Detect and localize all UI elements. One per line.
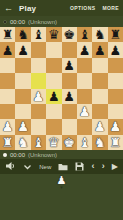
square-b6[interactable] xyxy=(15,58,30,73)
white-pawn: ♟ xyxy=(79,105,91,118)
speaker-icon xyxy=(5,159,16,174)
black-pawn: ♟ xyxy=(63,89,75,102)
square-e3[interactable] xyxy=(62,104,77,119)
black-rook: ♜ xyxy=(109,28,121,41)
square-f5[interactable] xyxy=(77,73,92,88)
square-a1[interactable]: ♜ xyxy=(0,135,15,150)
square-a4[interactable] xyxy=(0,89,15,104)
black-player-clock: 00:00 xyxy=(10,19,25,25)
square-a3[interactable] xyxy=(0,104,15,119)
app-bar-actions: OPTIONS MORE xyxy=(70,5,119,11)
more-button[interactable]: MORE xyxy=(102,5,119,11)
white-queen: ♛ xyxy=(48,135,60,148)
white-player-clock: 00:00 xyxy=(10,152,25,158)
collapse-button[interactable] xyxy=(23,159,32,174)
white-player-color-dot xyxy=(3,153,7,157)
square-g4[interactable] xyxy=(92,89,107,104)
chevron-down-icon xyxy=(23,159,32,174)
square-b5[interactable] xyxy=(15,73,30,88)
square-g2[interactable]: ♟ xyxy=(92,119,107,134)
square-c4[interactable]: ♟ xyxy=(31,89,46,104)
white-pawn: ♟ xyxy=(17,120,29,133)
black-player-color-dot xyxy=(3,20,7,24)
square-a8[interactable]: ♜ xyxy=(0,27,15,42)
square-g3[interactable] xyxy=(92,104,107,119)
white-rook: ♜ xyxy=(109,135,121,148)
square-b3[interactable] xyxy=(15,104,30,119)
white-knight: ♞ xyxy=(94,135,106,148)
square-a6[interactable] xyxy=(0,58,15,73)
app-bar: ← Play OPTIONS MORE xyxy=(0,0,123,16)
square-g8[interactable]: ♞ xyxy=(92,27,107,42)
next-move-button[interactable]: › xyxy=(102,162,105,171)
black-knight: ♞ xyxy=(17,28,29,41)
previous-move-button[interactable]: ‹ xyxy=(92,162,95,171)
black-bishop: ♝ xyxy=(79,28,91,41)
white-bishop: ♝ xyxy=(33,135,45,148)
square-e4[interactable]: ♟ xyxy=(62,89,77,104)
square-h8[interactable]: ♜ xyxy=(108,27,123,42)
white-player-row: 00:00 (Unknown) xyxy=(0,150,123,159)
chess-board: ♜♞♝♛♚♝♞♜♟♟♟♟♟♟♟♟♟♟♟♟♟♟♜♞♝♛♚♝♞♜ xyxy=(0,27,123,150)
square-b4[interactable] xyxy=(15,89,30,104)
square-b1[interactable]: ♞ xyxy=(15,135,30,150)
black-pawn: ♟ xyxy=(17,43,29,56)
white-bishop: ♝ xyxy=(79,135,91,148)
move-panel: ♟ ▾ xyxy=(0,174,123,220)
square-a5[interactable] xyxy=(0,73,15,88)
square-b8[interactable]: ♞ xyxy=(15,27,30,42)
square-e6[interactable]: ♟ xyxy=(62,58,77,73)
white-pawn: ♟ xyxy=(94,120,106,133)
square-h2[interactable]: ♟ xyxy=(108,119,123,134)
white-pawn: ♟ xyxy=(33,89,45,102)
square-b7[interactable]: ♟ xyxy=(15,42,30,57)
square-g7[interactable]: ♟ xyxy=(92,42,107,57)
square-e5[interactable] xyxy=(62,73,77,88)
square-c1[interactable]: ♝ xyxy=(31,135,46,150)
black-bishop: ♝ xyxy=(33,28,45,41)
black-player-row: 00:00 (Unknown) xyxy=(0,16,123,27)
square-h7[interactable]: ♟ xyxy=(108,42,123,57)
toolbar: New ‹ › ▶ xyxy=(0,159,123,174)
square-d5[interactable] xyxy=(46,73,61,88)
square-f6[interactable] xyxy=(77,58,92,73)
square-e1[interactable]: ♚ xyxy=(62,135,77,150)
square-d7[interactable] xyxy=(46,42,61,57)
black-rook: ♜ xyxy=(2,28,14,41)
save-button[interactable] xyxy=(75,159,84,174)
white-player-name: (Unknown) xyxy=(28,152,57,158)
black-pawn: ♟ xyxy=(109,43,121,56)
square-f8[interactable]: ♝ xyxy=(77,27,92,42)
square-c7[interactable] xyxy=(31,42,46,57)
square-h5[interactable] xyxy=(108,73,123,88)
floppy-icon xyxy=(75,159,84,174)
square-c6[interactable] xyxy=(31,58,46,73)
folder-icon xyxy=(58,159,68,174)
white-pawn: ♟ xyxy=(109,120,121,133)
square-e2[interactable] xyxy=(62,119,77,134)
square-h6[interactable] xyxy=(108,58,123,73)
square-c3[interactable] xyxy=(31,104,46,119)
black-king: ♚ xyxy=(63,28,75,41)
square-c5[interactable] xyxy=(31,73,46,88)
square-c2[interactable] xyxy=(31,119,46,134)
square-d1[interactable]: ♛ xyxy=(46,135,61,150)
back-icon[interactable]: ← xyxy=(4,0,13,16)
square-h3[interactable] xyxy=(108,104,123,119)
square-g5[interactable] xyxy=(92,73,107,88)
black-pawn: ♟ xyxy=(63,58,75,71)
chess-app-screen: ← Play OPTIONS MORE 00:00 (Unknown) ♜♞♝♛… xyxy=(0,0,123,220)
white-pawn: ♟ xyxy=(2,120,14,133)
square-f3[interactable]: ♟ xyxy=(77,104,92,119)
white-rook: ♜ xyxy=(2,135,14,148)
square-f7[interactable]: ♟ xyxy=(77,42,92,57)
square-h4[interactable] xyxy=(108,89,123,104)
black-pawn: ♟ xyxy=(79,43,91,56)
square-c8[interactable]: ♝ xyxy=(31,27,46,42)
square-f4[interactable] xyxy=(77,89,92,104)
square-a7[interactable]: ♟ xyxy=(0,42,15,57)
square-d4[interactable]: ♟ xyxy=(46,89,61,104)
options-button[interactable]: OPTIONS xyxy=(70,5,95,11)
square-d8[interactable]: ♛ xyxy=(46,27,61,42)
black-pawn: ♟ xyxy=(48,89,60,102)
open-button[interactable] xyxy=(58,159,68,174)
volume-button[interactable] xyxy=(5,159,16,174)
black-player-name: (Unknown) xyxy=(28,19,57,25)
square-b2[interactable]: ♟ xyxy=(15,119,30,134)
square-g6[interactable] xyxy=(92,58,107,73)
play-button[interactable]: ▶ xyxy=(112,163,118,171)
white-king: ♚ xyxy=(63,135,75,148)
new-game-button[interactable]: New xyxy=(39,164,51,170)
black-pawn: ♟ xyxy=(94,43,106,56)
black-pawn: ♟ xyxy=(2,43,14,56)
square-e8[interactable]: ♚ xyxy=(62,27,77,42)
square-d2[interactable] xyxy=(46,119,61,134)
square-d6[interactable] xyxy=(46,58,61,73)
white-pawn-indicator[interactable]: ♟ xyxy=(57,175,67,186)
square-g1[interactable]: ♞ xyxy=(92,135,107,150)
black-knight: ♞ xyxy=(94,28,106,41)
black-queen: ♛ xyxy=(48,28,60,41)
square-f2[interactable] xyxy=(77,119,92,134)
square-d3[interactable] xyxy=(46,104,61,119)
square-e7[interactable] xyxy=(62,42,77,57)
page-title: Play xyxy=(19,4,36,13)
white-knight: ♞ xyxy=(17,135,29,148)
square-h1[interactable]: ♜ xyxy=(108,135,123,150)
square-a2[interactable]: ♟ xyxy=(0,119,15,134)
square-f1[interactable]: ♝ xyxy=(77,135,92,150)
